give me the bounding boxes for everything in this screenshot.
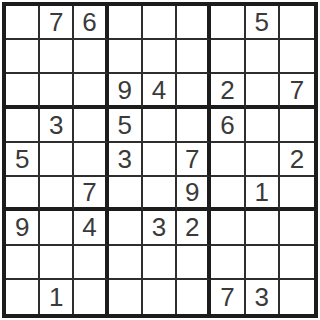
cell-r6c6[interactable]: 9 <box>177 177 211 211</box>
cell-r2c4[interactable] <box>109 40 143 74</box>
cell-r6c9[interactable] <box>280 177 314 211</box>
cell-r4c9[interactable] <box>280 109 314 143</box>
cell-r3c6[interactable] <box>177 74 211 108</box>
cell-r6c8[interactable]: 1 <box>246 177 280 211</box>
cell-r6c7[interactable] <box>211 177 245 211</box>
cell-r1c5[interactable] <box>143 6 177 40</box>
cell-r1c9[interactable] <box>280 6 314 40</box>
cell-r6c3[interactable]: 7 <box>74 177 108 211</box>
cell-r8c9[interactable] <box>280 246 314 280</box>
cell-r3c2[interactable] <box>40 74 74 108</box>
cell-r4c2[interactable]: 3 <box>40 109 74 143</box>
cell-r7c1[interactable]: 9 <box>6 211 40 245</box>
cell-r1c4[interactable] <box>109 6 143 40</box>
cell-r1c1[interactable] <box>6 6 40 40</box>
cell-r8c8[interactable] <box>246 246 280 280</box>
cell-r2c8[interactable] <box>246 40 280 74</box>
cell-r7c9[interactable] <box>280 211 314 245</box>
cell-r6c1[interactable] <box>6 177 40 211</box>
cell-r9c2[interactable]: 1 <box>40 280 74 314</box>
cell-r9c7[interactable]: 7 <box>211 280 245 314</box>
cell-r4c7[interactable]: 6 <box>211 109 245 143</box>
cell-r9c5[interactable] <box>143 280 177 314</box>
cell-r2c5[interactable] <box>143 40 177 74</box>
cell-r9c4[interactable] <box>109 280 143 314</box>
cell-r2c9[interactable] <box>280 40 314 74</box>
cell-r5c2[interactable] <box>40 143 74 177</box>
cell-r8c6[interactable] <box>177 246 211 280</box>
cell-r1c3[interactable]: 6 <box>74 6 108 40</box>
cell-r2c3[interactable] <box>74 40 108 74</box>
cell-r5c5[interactable] <box>143 143 177 177</box>
cell-r7c8[interactable] <box>246 211 280 245</box>
cell-r7c7[interactable] <box>211 211 245 245</box>
cell-r4c3[interactable] <box>74 109 108 143</box>
cell-r8c1[interactable] <box>6 246 40 280</box>
cell-r7c4[interactable] <box>109 211 143 245</box>
cell-r9c8[interactable]: 3 <box>246 280 280 314</box>
cell-r2c2[interactable] <box>40 40 74 74</box>
sudoku-board: 765942735653727919432173 <box>2 2 318 318</box>
cell-r1c8[interactable]: 5 <box>246 6 280 40</box>
cell-r8c5[interactable] <box>143 246 177 280</box>
cell-r4c8[interactable] <box>246 109 280 143</box>
cell-r8c2[interactable] <box>40 246 74 280</box>
cell-r8c4[interactable] <box>109 246 143 280</box>
cell-r4c1[interactable] <box>6 109 40 143</box>
cell-r1c2[interactable]: 7 <box>40 6 74 40</box>
cell-r7c6[interactable]: 2 <box>177 211 211 245</box>
cell-r3c5[interactable]: 4 <box>143 74 177 108</box>
cell-r9c1[interactable] <box>6 280 40 314</box>
cell-r3c3[interactable] <box>74 74 108 108</box>
cell-r5c8[interactable] <box>246 143 280 177</box>
cell-r3c7[interactable]: 2 <box>211 74 245 108</box>
cell-r7c5[interactable]: 3 <box>143 211 177 245</box>
cell-r3c1[interactable] <box>6 74 40 108</box>
cell-r4c4[interactable]: 5 <box>109 109 143 143</box>
cell-r5c9[interactable]: 2 <box>280 143 314 177</box>
cell-r3c9[interactable]: 7 <box>280 74 314 108</box>
cell-r4c6[interactable] <box>177 109 211 143</box>
cell-r1c6[interactable] <box>177 6 211 40</box>
cell-r3c8[interactable] <box>246 74 280 108</box>
cell-r2c6[interactable] <box>177 40 211 74</box>
cell-r4c5[interactable] <box>143 109 177 143</box>
cell-r5c6[interactable]: 7 <box>177 143 211 177</box>
cell-r7c2[interactable] <box>40 211 74 245</box>
cell-r6c4[interactable] <box>109 177 143 211</box>
cell-r9c3[interactable] <box>74 280 108 314</box>
cell-r2c1[interactable] <box>6 40 40 74</box>
cell-r6c5[interactable] <box>143 177 177 211</box>
cell-r1c7[interactable] <box>211 6 245 40</box>
cell-r5c7[interactable] <box>211 143 245 177</box>
cell-r8c3[interactable] <box>74 246 108 280</box>
cell-r5c1[interactable]: 5 <box>6 143 40 177</box>
cell-r2c7[interactable] <box>211 40 245 74</box>
cell-r8c7[interactable] <box>211 246 245 280</box>
cell-r9c6[interactable] <box>177 280 211 314</box>
cell-r9c9[interactable] <box>280 280 314 314</box>
cell-r3c4[interactable]: 9 <box>109 74 143 108</box>
cell-r5c4[interactable]: 3 <box>109 143 143 177</box>
cell-r5c3[interactable] <box>74 143 108 177</box>
cell-r6c2[interactable] <box>40 177 74 211</box>
cell-r7c3[interactable]: 4 <box>74 211 108 245</box>
